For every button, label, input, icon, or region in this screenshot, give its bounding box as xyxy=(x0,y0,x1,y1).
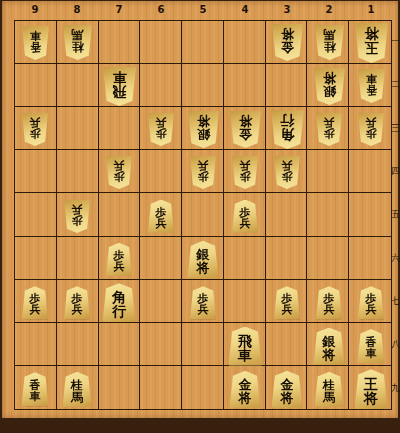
cell-2-6[interactable] xyxy=(307,237,349,280)
rank-label-9: 九 xyxy=(391,367,400,410)
file-label-5: 5 xyxy=(182,1,224,18)
piece-kanji: 歩 xyxy=(240,171,251,182)
piece-s-2-8-sente[interactable]: 銀将 xyxy=(314,328,345,365)
piece-kanji: 馬 xyxy=(71,391,83,403)
piece-kanji: 兵 xyxy=(240,218,251,229)
piece-kanji: 銀 xyxy=(197,248,210,261)
cell-6-9[interactable] xyxy=(140,366,182,409)
piece-kanji: 馬 xyxy=(323,391,335,403)
piece-kanji: 角 xyxy=(280,128,294,142)
cell-6-7[interactable] xyxy=(140,280,182,323)
piece-kanji: 将 xyxy=(364,391,378,405)
piece-kanji: 飛 xyxy=(238,334,252,348)
piece-kanji: 兵 xyxy=(366,304,377,315)
piece-p-1-3-gote[interactable]: 歩兵 xyxy=(358,113,384,146)
piece-kanji: 飛 xyxy=(112,85,126,99)
piece-n-8-9-sente[interactable]: 桂馬 xyxy=(63,372,92,407)
piece-kanji: 行 xyxy=(280,114,294,128)
rank-label-6: 六 xyxy=(391,237,400,280)
piece-n-2-1-gote[interactable]: 桂馬 xyxy=(315,25,344,60)
piece-kanji: 将 xyxy=(323,72,336,85)
piece-s-2-2-gote[interactable]: 銀将 xyxy=(314,68,345,105)
cell-2-5[interactable] xyxy=(307,193,349,236)
piece-p-8-5-gote[interactable]: 歩兵 xyxy=(64,200,90,233)
piece-kanji: 香 xyxy=(30,41,41,52)
cell-7-8[interactable] xyxy=(99,323,141,366)
piece-kanji: 馬 xyxy=(71,29,83,41)
piece-kanji: 兵 xyxy=(72,304,83,315)
cell-2-4[interactable] xyxy=(307,150,349,193)
piece-kanji: 車 xyxy=(366,348,377,359)
piece-kanji: 香 xyxy=(366,85,377,96)
piece-p-2-3-gote[interactable]: 歩兵 xyxy=(316,113,342,146)
piece-p-6-3-gote[interactable]: 歩兵 xyxy=(148,113,174,146)
piece-l-9-9-sente[interactable]: 香車 xyxy=(22,372,49,406)
piece-kanji: 銀 xyxy=(197,128,210,141)
piece-kanji: 歩 xyxy=(324,128,335,139)
piece-kanji: 車 xyxy=(238,348,252,362)
piece-kanji: 金 xyxy=(281,378,294,391)
rank-label-5: 五 xyxy=(391,193,400,236)
cell-5-2[interactable] xyxy=(182,64,224,107)
piece-p-7-6-sente[interactable]: 歩兵 xyxy=(106,243,132,276)
piece-kanji: 兵 xyxy=(156,218,167,229)
cell-6-4[interactable] xyxy=(140,150,182,193)
piece-g-3-1-gote[interactable]: 金将 xyxy=(272,24,303,61)
piece-p-4-4-gote[interactable]: 歩兵 xyxy=(232,156,258,189)
cell-4-6[interactable] xyxy=(224,237,266,280)
cell-8-3[interactable] xyxy=(57,107,99,150)
piece-l-9-1-gote[interactable]: 香車 xyxy=(22,26,49,60)
piece-p-3-4-gote[interactable]: 歩兵 xyxy=(274,156,300,189)
piece-kanji: 将 xyxy=(197,115,210,128)
cell-5-1[interactable] xyxy=(182,21,224,64)
piece-p-7-4-gote[interactable]: 歩兵 xyxy=(106,156,132,189)
piece-kanji: 兵 xyxy=(30,117,41,128)
piece-kanji: 歩 xyxy=(366,128,377,139)
piece-p-3-7-sente[interactable]: 歩兵 xyxy=(274,286,300,319)
piece-kanji: 歩 xyxy=(240,207,251,218)
cell-4-2[interactable] xyxy=(224,64,266,107)
rank-label-3: 三 xyxy=(391,107,400,150)
file-label-3: 3 xyxy=(266,1,308,18)
piece-kanji: 玉 xyxy=(364,41,378,55)
cell-5-8[interactable] xyxy=(182,323,224,366)
piece-kanji: 車 xyxy=(112,71,126,85)
piece-b-3-3-gote[interactable]: 角行 xyxy=(271,110,304,149)
cell-1-6[interactable] xyxy=(349,237,391,280)
cell-7-5[interactable] xyxy=(99,193,141,236)
piece-p-5-4-gote[interactable]: 歩兵 xyxy=(190,156,216,189)
piece-s-5-3-gote[interactable]: 銀将 xyxy=(188,111,219,148)
piece-kanji: 将 xyxy=(281,391,294,404)
piece-kanji: 将 xyxy=(323,348,336,361)
piece-kanji: 桂 xyxy=(71,41,83,53)
piece-kanji: 歩 xyxy=(72,215,83,226)
cell-9-6[interactable] xyxy=(15,237,57,280)
piece-kanji: 車 xyxy=(30,30,41,41)
file-label-8: 8 xyxy=(56,1,98,18)
piece-kanji: 将 xyxy=(239,115,252,128)
piece-kanji: 馬 xyxy=(323,29,335,41)
cell-6-6[interactable] xyxy=(140,237,182,280)
piece-kanji: 車 xyxy=(30,391,41,402)
file-label-4: 4 xyxy=(224,1,266,18)
cell-3-6[interactable] xyxy=(266,237,308,280)
cell-4-7[interactable] xyxy=(224,280,266,323)
piece-kanji: 兵 xyxy=(366,117,377,128)
piece-kanji: 兵 xyxy=(114,261,125,272)
cell-5-9[interactable] xyxy=(182,366,224,409)
piece-p-1-7-sente[interactable]: 歩兵 xyxy=(358,286,384,319)
piece-kanji: 銀 xyxy=(323,335,336,348)
piece-p-4-5-sente[interactable]: 歩兵 xyxy=(232,200,258,233)
cell-4-1[interactable] xyxy=(224,21,266,64)
piece-g-3-9-sente[interactable]: 金将 xyxy=(272,371,303,408)
piece-kanji: 金 xyxy=(239,128,252,141)
piece-kanji: 歩 xyxy=(156,207,167,218)
rank-labels: 一二三四五六七八九 xyxy=(391,20,400,410)
piece-n-2-9-sente[interactable]: 桂馬 xyxy=(315,372,344,407)
rank-label-8: 八 xyxy=(391,323,400,366)
cell-8-8[interactable] xyxy=(57,323,99,366)
piece-kanji: 将 xyxy=(364,27,378,41)
piece-p-8-7-sente[interactable]: 歩兵 xyxy=(64,286,90,319)
piece-kanji: 行 xyxy=(112,304,126,318)
file-label-6: 6 xyxy=(140,1,182,18)
piece-l-1-2-gote[interactable]: 香車 xyxy=(358,69,385,103)
piece-l-1-8-sente[interactable]: 香車 xyxy=(358,329,385,363)
piece-kanji: 兵 xyxy=(282,160,293,171)
cell-3-8[interactable] xyxy=(266,323,308,366)
file-label-7: 7 xyxy=(98,1,140,18)
piece-n-8-1-gote[interactable]: 桂馬 xyxy=(63,25,92,60)
piece-kanji: 歩 xyxy=(30,128,41,139)
rank-label-1: 一 xyxy=(391,20,400,63)
cell-6-2[interactable] xyxy=(140,64,182,107)
piece-kanji: 兵 xyxy=(198,160,209,171)
piece-kanji: 兵 xyxy=(240,160,251,171)
piece-r-7-2-gote[interactable]: 飛車 xyxy=(103,67,136,106)
piece-p-9-7-sente[interactable]: 歩兵 xyxy=(22,286,48,319)
piece-kanji: 兵 xyxy=(198,304,209,315)
cell-3-5[interactable] xyxy=(266,193,308,236)
cell-6-8[interactable] xyxy=(140,323,182,366)
cell-1-5[interactable] xyxy=(349,193,391,236)
piece-kanji: 兵 xyxy=(282,304,293,315)
piece-kanji: 兵 xyxy=(324,304,335,315)
piece-kanji: 金 xyxy=(239,378,252,391)
piece-kanji: 兵 xyxy=(72,204,83,215)
rank-label-2: 二 xyxy=(391,63,400,106)
piece-kanji: 兵 xyxy=(114,160,125,171)
piece-kanji: 歩 xyxy=(198,171,209,182)
shogi-board-window: 987654321 一二三四五六七八九 香車桂馬金将桂馬玉将飛車銀将香車歩兵歩兵… xyxy=(0,0,400,433)
piece-p-6-5-sente[interactable]: 歩兵 xyxy=(148,200,174,233)
cell-5-5[interactable] xyxy=(182,193,224,236)
piece-k-1-1-gote[interactable]: 玉将 xyxy=(355,23,388,63)
piece-r-4-8-sente[interactable]: 飛車 xyxy=(229,327,262,366)
file-labels: 987654321 xyxy=(14,1,392,18)
piece-g-4-3-gote[interactable]: 金将 xyxy=(230,111,261,148)
piece-p-9-3-gote[interactable]: 歩兵 xyxy=(22,113,48,146)
file-label-1: 1 xyxy=(350,1,392,18)
rank-label-4: 四 xyxy=(391,150,400,193)
rank-label-7: 七 xyxy=(391,280,400,323)
piece-s-5-6-sente[interactable]: 銀将 xyxy=(188,241,219,278)
piece-kanji: 兵 xyxy=(324,117,335,128)
piece-kanji: 兵 xyxy=(156,117,167,128)
piece-p-2-7-sente[interactable]: 歩兵 xyxy=(316,286,342,319)
piece-kanji: 歩 xyxy=(156,128,167,139)
cell-9-4[interactable] xyxy=(15,150,57,193)
file-label-2: 2 xyxy=(308,1,350,18)
piece-p-5-7-sente[interactable]: 歩兵 xyxy=(190,286,216,319)
piece-kanji: 将 xyxy=(239,391,252,404)
piece-kanji: 香 xyxy=(366,337,377,348)
piece-k-1-9-sente[interactable]: 王将 xyxy=(355,369,388,409)
cell-7-3[interactable] xyxy=(99,107,141,150)
piece-kanji: 歩 xyxy=(114,171,125,182)
cell-8-4[interactable] xyxy=(57,150,99,193)
piece-kanji: 歩 xyxy=(282,171,293,182)
piece-g-4-9-sente[interactable]: 金将 xyxy=(230,371,261,408)
piece-kanji: 兵 xyxy=(30,304,41,315)
cell-3-2[interactable] xyxy=(266,64,308,107)
cell-8-6[interactable] xyxy=(57,237,99,280)
piece-kanji: 将 xyxy=(281,28,294,41)
piece-kanji: 王 xyxy=(364,377,378,391)
cell-1-4[interactable] xyxy=(349,150,391,193)
piece-kanji: 金 xyxy=(281,41,294,54)
cell-9-5[interactable] xyxy=(15,193,57,236)
piece-b-7-7-sente[interactable]: 角行 xyxy=(103,283,136,322)
piece-kanji: 銀 xyxy=(323,85,336,98)
cell-6-1[interactable] xyxy=(140,21,182,64)
cell-7-1[interactable] xyxy=(99,21,141,64)
piece-kanji: 角 xyxy=(112,290,126,304)
piece-kanji: 将 xyxy=(197,261,210,274)
cell-8-2[interactable] xyxy=(57,64,99,107)
piece-kanji: 車 xyxy=(366,74,377,85)
piece-kanji: 桂 xyxy=(323,41,335,53)
cell-9-8[interactable] xyxy=(15,323,57,366)
cell-7-9[interactable] xyxy=(99,366,141,409)
cell-9-2[interactable] xyxy=(15,64,57,107)
file-label-9: 9 xyxy=(14,1,56,18)
board-frame-bottom xyxy=(0,418,400,433)
